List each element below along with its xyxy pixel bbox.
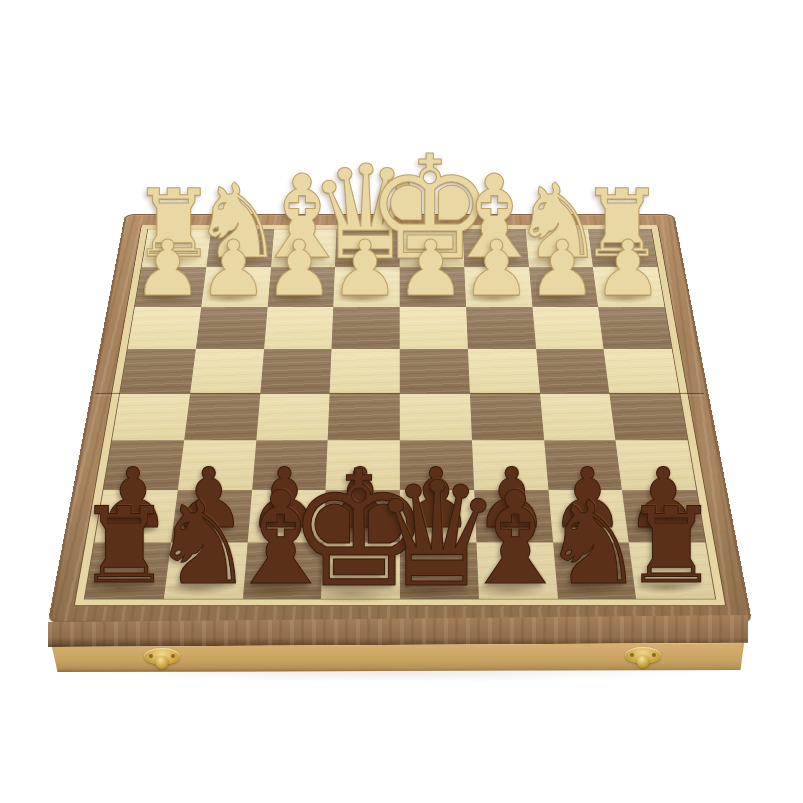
piece-white-pawn[interactable]: ♟ <box>528 230 597 307</box>
board-square[interactable] <box>610 393 688 440</box>
board-square[interactable] <box>470 393 544 440</box>
board-square[interactable] <box>260 349 332 393</box>
board-square[interactable] <box>196 307 268 349</box>
piece-white-pawn[interactable]: ♟ <box>265 230 334 307</box>
board-square[interactable] <box>256 393 330 440</box>
clasp-knob-icon <box>637 655 650 668</box>
board-square[interactable] <box>400 349 470 393</box>
brass-clasp-left-icon <box>144 648 180 665</box>
piece-white-pawn[interactable]: ♟ <box>199 230 268 307</box>
board-square[interactable] <box>184 393 260 440</box>
board-square[interactable] <box>604 349 680 393</box>
board-square[interactable] <box>328 393 400 440</box>
board-square[interactable] <box>532 307 604 349</box>
piece-white-pawn[interactable]: ♟ <box>594 230 663 307</box>
board-square[interactable] <box>536 349 610 393</box>
piece-white-pawn[interactable]: ♟ <box>396 230 465 307</box>
board-square[interactable] <box>332 307 400 349</box>
board-square[interactable] <box>400 307 468 349</box>
board-square[interactable] <box>330 349 400 393</box>
board-square[interactable] <box>264 307 334 349</box>
board-fold-seam <box>95 393 705 396</box>
board-square[interactable] <box>112 393 190 440</box>
piece-white-pawn[interactable]: ♟ <box>462 230 531 307</box>
board-square[interactable] <box>598 307 671 349</box>
board-square[interactable] <box>468 349 540 393</box>
board-square[interactable] <box>190 349 264 393</box>
clasp-knob-icon <box>156 656 169 669</box>
board-square[interactable] <box>466 307 536 349</box>
board-square[interactable] <box>128 307 201 349</box>
board-square[interactable] <box>400 393 472 440</box>
brass-clasp-right-icon <box>625 647 661 664</box>
piece-white-pawn[interactable]: ♟ <box>331 230 400 307</box>
chess-set-photo-scene: ♜♞♝♛♚♝♞♜♟♟♟♟♟♟♟♟♟♟♟♟♟♟♟♟♜♞♝♚♛♝♞♜ <box>0 0 803 803</box>
board-square[interactable] <box>120 349 196 393</box>
piece-white-pawn[interactable]: ♟ <box>133 230 202 307</box>
board-square[interactable] <box>540 393 616 440</box>
piece-black-rook[interactable]: ♜ <box>624 494 718 599</box>
